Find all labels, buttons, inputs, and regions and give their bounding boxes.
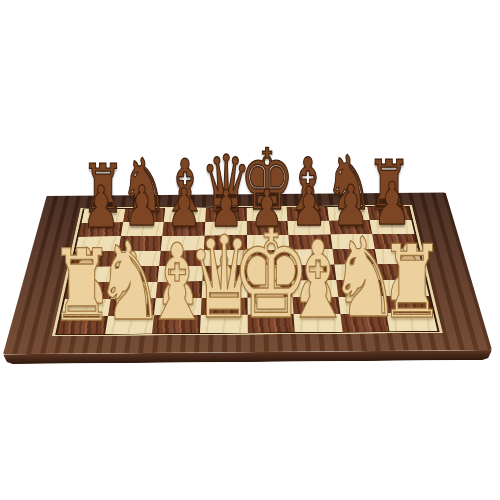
square-g3 xyxy=(336,280,384,297)
chess-board xyxy=(3,192,492,354)
square-g2 xyxy=(338,296,387,314)
square-a7 xyxy=(78,222,122,236)
square-f4 xyxy=(290,264,336,280)
square-b1 xyxy=(105,316,154,334)
square-e8 xyxy=(246,207,287,221)
square-a2 xyxy=(61,299,110,317)
square-g5 xyxy=(332,249,378,265)
board-tilt-wrapper xyxy=(0,0,500,500)
square-c4 xyxy=(158,266,203,282)
square-g1 xyxy=(340,313,390,331)
square-c2 xyxy=(154,298,201,316)
board-maple-inlay-line xyxy=(52,205,443,336)
square-c7 xyxy=(162,222,205,236)
square-b5 xyxy=(116,251,161,267)
square-a4 xyxy=(69,266,116,282)
square-b4 xyxy=(113,266,159,282)
square-e1 xyxy=(247,314,295,332)
square-d3 xyxy=(201,281,247,298)
square-h8 xyxy=(368,206,412,220)
square-h1 xyxy=(387,313,438,331)
square-b2 xyxy=(108,298,156,316)
square-a1 xyxy=(57,316,107,334)
square-g7 xyxy=(329,220,373,234)
square-d8 xyxy=(205,208,246,222)
square-g6 xyxy=(330,234,375,249)
square-h5 xyxy=(375,248,421,264)
square-a8 xyxy=(82,209,125,223)
square-h2 xyxy=(384,296,434,314)
square-c5 xyxy=(159,250,203,266)
square-a5 xyxy=(72,251,118,267)
square-b7 xyxy=(120,222,163,236)
square-e7 xyxy=(246,221,288,235)
square-f5 xyxy=(289,249,334,265)
square-h3 xyxy=(381,279,429,296)
square-e2 xyxy=(247,297,294,315)
square-f7 xyxy=(288,220,331,234)
square-d1 xyxy=(200,315,248,333)
square-f3 xyxy=(291,280,338,297)
square-a6 xyxy=(75,236,120,251)
square-a3 xyxy=(65,282,113,299)
square-c1 xyxy=(152,315,200,333)
square-h6 xyxy=(372,234,417,249)
square-h4 xyxy=(378,264,425,280)
square-g4 xyxy=(334,264,381,280)
square-e6 xyxy=(246,235,289,250)
square-d2 xyxy=(201,297,248,315)
square-g8 xyxy=(327,207,370,221)
square-f8 xyxy=(287,207,329,221)
square-h7 xyxy=(370,220,415,234)
square-f2 xyxy=(293,297,341,315)
square-c8 xyxy=(164,208,206,222)
square-e3 xyxy=(247,281,293,298)
square-d6 xyxy=(204,235,247,250)
square-e4 xyxy=(247,265,292,281)
square-d4 xyxy=(202,265,247,281)
board-grid xyxy=(55,206,439,335)
square-c6 xyxy=(161,236,205,251)
square-d7 xyxy=(204,221,246,235)
square-f6 xyxy=(288,235,332,250)
square-f1 xyxy=(294,314,343,332)
square-e5 xyxy=(247,250,291,266)
square-b6 xyxy=(118,236,162,251)
square-b3 xyxy=(110,282,157,299)
square-d5 xyxy=(203,250,247,266)
square-b8 xyxy=(123,208,166,222)
square-c3 xyxy=(156,281,202,298)
chessboard-scene: ♜♞♝♛♚♝♞♜♟♟♟♟♟♟♟♟♟♟♟♟♟♟♟♟♜♞♝♛♚♝♞♜ xyxy=(0,0,500,500)
